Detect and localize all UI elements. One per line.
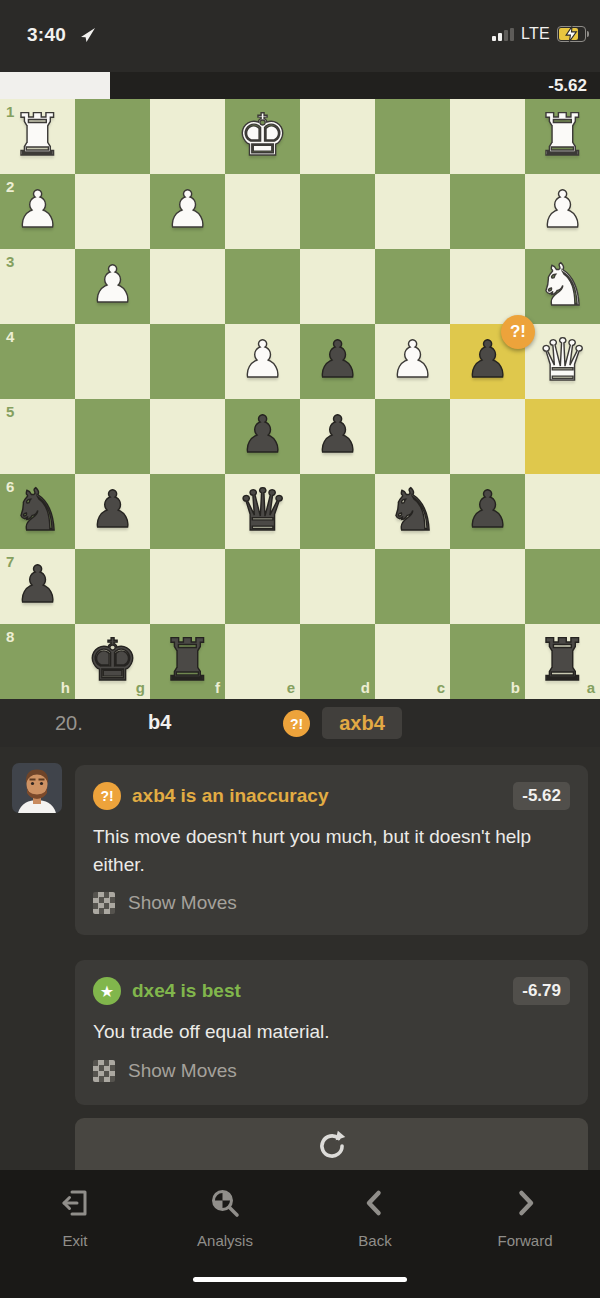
square-e2[interactable] xyxy=(225,174,300,249)
square-g3[interactable]: ♟ xyxy=(75,249,150,324)
square-g4[interactable] xyxy=(75,324,150,399)
best-move-star-icon: ★ xyxy=(93,977,121,1005)
analysis-panel: ?! axb4 is an inaccuracy -5.62 This move… xyxy=(0,747,600,1170)
move-bar: 20. b4 ?! axb4 xyxy=(0,699,600,747)
rank-label-1: 1 xyxy=(6,104,14,119)
exit-door-icon xyxy=(59,1187,91,1223)
square-h2[interactable]: ♟2 xyxy=(0,174,75,249)
piece-black-pawn: ♟ xyxy=(315,334,361,385)
rank-label-2: 2 xyxy=(6,179,14,194)
piece-white-rook: ♜ xyxy=(12,106,64,164)
square-c4[interactable]: ♟ xyxy=(375,324,450,399)
piece-white-pawn: ♟ xyxy=(390,334,436,385)
mini-board-icon xyxy=(93,1060,115,1082)
square-d3[interactable] xyxy=(300,249,375,324)
square-a6[interactable] xyxy=(525,474,600,549)
square-a1[interactable]: ♜ xyxy=(525,99,600,174)
square-h4[interactable]: 4 xyxy=(0,324,75,399)
square-c2[interactable] xyxy=(375,174,450,249)
analysis-magnifier-icon xyxy=(209,1187,241,1223)
square-b2[interactable] xyxy=(450,174,525,249)
square-c1[interactable] xyxy=(375,99,450,174)
square-c7[interactable] xyxy=(375,549,450,624)
piece-black-pawn: ♟ xyxy=(240,409,286,460)
nav-label: Analysis xyxy=(197,1232,253,1249)
black-move-selected[interactable]: axb4 xyxy=(322,707,402,739)
inaccuracy-badge-icon: ?! xyxy=(93,782,121,810)
location-arrow-icon xyxy=(80,27,96,47)
file-label-c: c xyxy=(437,680,445,695)
piece-black-queen: ♛ xyxy=(237,481,289,539)
eval-bar-white xyxy=(0,72,110,99)
square-c8[interactable]: c xyxy=(375,624,450,699)
square-a7[interactable] xyxy=(525,549,600,624)
square-h5[interactable]: 5 xyxy=(0,399,75,474)
square-b8[interactable]: b xyxy=(450,624,525,699)
square-d5[interactable]: ♟ xyxy=(300,399,375,474)
square-e1[interactable]: ♚ xyxy=(225,99,300,174)
square-h7[interactable]: ♟7 xyxy=(0,549,75,624)
eval-pill: -5.62 xyxy=(513,782,570,810)
nav-label: Back xyxy=(358,1232,391,1249)
show-moves-button[interactable]: Show Moves xyxy=(93,1060,570,1082)
piece-white-pawn: ♟ xyxy=(240,334,286,385)
piece-white-pawn: ♟ xyxy=(165,184,211,235)
card-body-text: You trade off equal material. xyxy=(93,1018,570,1046)
square-d2[interactable] xyxy=(300,174,375,249)
square-f6[interactable] xyxy=(150,474,225,549)
square-c6[interactable]: ♞ xyxy=(375,474,450,549)
piece-black-knight: ♞ xyxy=(12,481,64,539)
square-f2[interactable]: ♟ xyxy=(150,174,225,249)
eval-score: -5.62 xyxy=(548,72,587,99)
square-b6[interactable]: ♟ xyxy=(450,474,525,549)
square-h1[interactable]: ♜1 xyxy=(0,99,75,174)
piece-black-pawn: ♟ xyxy=(90,484,136,535)
square-b1[interactable] xyxy=(450,99,525,174)
square-b3[interactable] xyxy=(450,249,525,324)
nav-forward-button[interactable]: Forward xyxy=(450,1170,600,1298)
square-d8[interactable]: d xyxy=(300,624,375,699)
rank-label-3: 3 xyxy=(6,254,14,269)
square-h6[interactable]: ♞6 xyxy=(0,474,75,549)
file-label-b: b xyxy=(511,680,520,695)
inaccuracy-badge-icon: ?! xyxy=(501,315,535,349)
piece-white-queen: ♛ xyxy=(537,331,589,389)
piece-black-pawn: ♟ xyxy=(465,484,511,535)
comment-card-best: ★ dxe4 is best -6.79 You trade off equal… xyxy=(75,960,588,1105)
move-number: 20. xyxy=(55,712,83,735)
rank-label-5: 5 xyxy=(6,404,14,419)
nav-exit-button[interactable]: Exit xyxy=(0,1170,150,1298)
piece-black-rook: ♜ xyxy=(537,631,589,689)
app-screen: 3:40 LTE -5.62 ♜1♚♜♟2♟♟3♟♞4♟♟♟♟♛5♟♟♞6♟♛♞… xyxy=(0,0,600,1298)
square-e6[interactable]: ♛ xyxy=(225,474,300,549)
coach-avatar xyxy=(12,763,62,813)
nav-label: Forward xyxy=(497,1232,552,1249)
white-move[interactable]: b4 xyxy=(148,711,171,734)
square-d7[interactable] xyxy=(300,549,375,624)
home-indicator[interactable] xyxy=(193,1277,407,1282)
show-moves-label: Show Moves xyxy=(128,1060,237,1082)
piece-white-pawn: ♟ xyxy=(90,259,136,310)
piece-black-pawn: ♟ xyxy=(15,559,61,610)
file-label-d: d xyxy=(361,680,370,695)
chevron-right-icon xyxy=(509,1187,541,1223)
card-title: dxe4 is best xyxy=(132,980,502,1002)
inaccuracy-badge-icon: ?! xyxy=(283,710,310,737)
square-d1[interactable] xyxy=(300,99,375,174)
square-a3[interactable]: ♞ xyxy=(525,249,600,324)
chess-board: ♜1♚♜♟2♟♟3♟♞4♟♟♟♟♛5♟♟♞6♟♛♞♟♟78h♚g♜fedcb♜a… xyxy=(0,99,600,699)
piece-white-knight: ♞ xyxy=(537,256,589,314)
square-f1[interactable] xyxy=(150,99,225,174)
rank-label-7: 7 xyxy=(6,554,14,569)
square-e7[interactable] xyxy=(225,549,300,624)
square-f7[interactable] xyxy=(150,549,225,624)
square-a4[interactable]: ♛ xyxy=(525,324,600,399)
piece-white-pawn: ♟ xyxy=(15,184,61,235)
square-f4[interactable] xyxy=(150,324,225,399)
square-g8[interactable]: ♚g xyxy=(75,624,150,699)
piece-white-pawn: ♟ xyxy=(540,184,586,235)
carrier-label: LTE xyxy=(521,25,550,43)
square-g6[interactable]: ♟ xyxy=(75,474,150,549)
square-h3[interactable]: 3 xyxy=(0,249,75,324)
square-b5[interactable] xyxy=(450,399,525,474)
piece-black-rook: ♜ xyxy=(162,631,214,689)
file-label-g: g xyxy=(136,680,145,695)
square-f3[interactable] xyxy=(150,249,225,324)
square-c5[interactable] xyxy=(375,399,450,474)
square-c3[interactable] xyxy=(375,249,450,324)
square-d4[interactable]: ♟ xyxy=(300,324,375,399)
bottom-nav-bar: Exit Analysis Back xyxy=(0,1170,600,1298)
show-moves-label: Show Moves xyxy=(128,892,237,914)
card-body-text: This move doesn't hurt you much, but it … xyxy=(93,823,570,878)
card-title: axb4 is an inaccuracy xyxy=(132,785,502,807)
square-g5[interactable] xyxy=(75,399,150,474)
file-label-f: f xyxy=(215,680,220,695)
square-e3[interactable] xyxy=(225,249,300,324)
square-f8[interactable]: ♜f xyxy=(150,624,225,699)
show-moves-button[interactable]: Show Moves xyxy=(93,892,570,914)
square-a2[interactable]: ♟ xyxy=(525,174,600,249)
square-g2[interactable] xyxy=(75,174,150,249)
piece-white-king: ♚ xyxy=(237,106,289,164)
piece-black-pawn: ♟ xyxy=(315,409,361,460)
eval-pill: -6.79 xyxy=(513,977,570,1005)
square-a8[interactable]: ♜a xyxy=(525,624,600,699)
file-label-a: a xyxy=(587,680,595,695)
clock-time: 3:40 xyxy=(27,24,66,46)
mini-board-icon xyxy=(93,892,115,914)
rank-label-8: 8 xyxy=(6,629,14,644)
square-h8[interactable]: 8h xyxy=(0,624,75,699)
square-g7[interactable] xyxy=(75,549,150,624)
comment-card-inaccuracy: ?! axb4 is an inaccuracy -5.62 This move… xyxy=(75,765,588,935)
square-f5[interactable] xyxy=(150,399,225,474)
chevron-left-icon xyxy=(359,1187,391,1223)
rank-label-6: 6 xyxy=(6,479,14,494)
file-label-h: h xyxy=(61,680,70,695)
square-d6[interactable] xyxy=(300,474,375,549)
piece-black-king: ♚ xyxy=(87,631,139,689)
piece-black-knight: ♞ xyxy=(387,481,439,539)
square-e8[interactable]: e xyxy=(225,624,300,699)
refresh-icon[interactable] xyxy=(314,1128,350,1168)
piece-white-rook: ♜ xyxy=(537,106,589,164)
square-e5[interactable]: ♟ xyxy=(225,399,300,474)
status-bar: 3:40 LTE xyxy=(0,0,600,72)
square-g1[interactable] xyxy=(75,99,150,174)
rank-label-4: 4 xyxy=(6,329,14,344)
status-right-cluster: LTE xyxy=(492,24,586,44)
square-e4[interactable]: ♟ xyxy=(225,324,300,399)
file-label-e: e xyxy=(287,680,295,695)
evaluation-bar: -5.62 xyxy=(0,72,600,99)
square-a5[interactable] xyxy=(525,399,600,474)
cellular-signal-icon xyxy=(492,28,514,41)
retry-card[interactable] xyxy=(75,1118,588,1170)
battery-charging-icon xyxy=(557,26,586,42)
square-b7[interactable] xyxy=(450,549,525,624)
nav-label: Exit xyxy=(62,1232,87,1249)
